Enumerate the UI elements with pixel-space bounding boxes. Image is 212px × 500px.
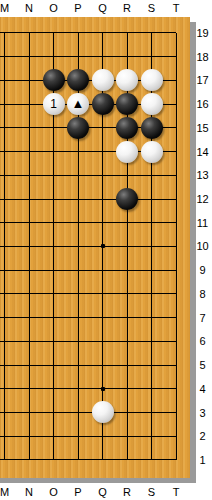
intersection-O6[interactable]	[41, 329, 66, 353]
intersection-O11[interactable]	[41, 211, 66, 235]
intersection-P17[interactable]	[66, 69, 91, 93]
intersection-T2[interactable]	[164, 424, 189, 448]
coord-col-M-top: M	[0, 1, 17, 15]
intersection-R5[interactable]	[115, 353, 140, 377]
intersection-M1[interactable]	[0, 448, 17, 472]
intersection-N4[interactable]	[17, 377, 42, 401]
triangle-mark-icon: ▲	[72, 97, 85, 110]
coord-row-4: 4	[193, 382, 212, 396]
intersection-R19[interactable]	[115, 21, 140, 45]
black-stone-R16	[116, 93, 138, 115]
intersection-S18[interactable]	[139, 45, 164, 69]
coord-row-3: 3	[193, 406, 212, 420]
intersection-Q5[interactable]	[90, 353, 115, 377]
intersection-T8[interactable]	[164, 282, 189, 306]
intersection-M14[interactable]	[0, 140, 17, 164]
intersection-P16[interactable]: ▲	[66, 92, 91, 116]
intersection-P6[interactable]	[66, 329, 91, 353]
intersection-T16[interactable]	[164, 92, 189, 116]
coord-col-M-bottom: M	[0, 485, 17, 499]
intersection-S16[interactable]	[139, 92, 164, 116]
intersection-S9[interactable]	[139, 258, 164, 282]
intersection-R15[interactable]	[115, 116, 140, 140]
white-stone-Q3	[92, 401, 114, 423]
intersection-Q13[interactable]	[90, 163, 115, 187]
intersection-P4[interactable]	[66, 377, 91, 401]
intersection-M19[interactable]	[0, 21, 17, 45]
coord-row-14: 14	[193, 145, 212, 159]
intersection-Q10[interactable]	[90, 235, 115, 259]
intersection-M3[interactable]	[0, 401, 17, 425]
intersection-N1[interactable]	[17, 448, 42, 472]
intersection-Q12[interactable]	[90, 187, 115, 211]
intersection-R14[interactable]	[115, 140, 140, 164]
intersection-Q2[interactable]	[90, 424, 115, 448]
intersection-P5[interactable]	[66, 353, 91, 377]
intersection-N2[interactable]	[17, 424, 42, 448]
intersection-N7[interactable]	[17, 306, 42, 330]
coord-col-T-top: T	[164, 1, 188, 15]
intersection-T13[interactable]	[164, 163, 189, 187]
intersection-N15[interactable]	[17, 116, 42, 140]
intersection-Q4[interactable]	[90, 377, 115, 401]
intersection-Q9[interactable]	[90, 258, 115, 282]
intersection-P12[interactable]	[66, 187, 91, 211]
coord-row-16: 16	[193, 97, 212, 111]
black-stone-S15	[141, 117, 163, 139]
coord-row-17: 17	[193, 73, 212, 87]
intersection-P19[interactable]	[66, 21, 91, 45]
intersection-Q19[interactable]	[90, 21, 115, 45]
intersection-S14[interactable]	[139, 140, 164, 164]
coord-col-R-bottom: R	[115, 485, 139, 499]
intersection-S4[interactable]	[139, 377, 164, 401]
intersection-S19[interactable]	[139, 21, 164, 45]
intersection-S5[interactable]	[139, 353, 164, 377]
intersection-M11[interactable]	[0, 211, 17, 235]
intersection-T17[interactable]	[164, 69, 189, 93]
move-number-label: 1	[50, 98, 57, 110]
intersection-P15[interactable]	[66, 116, 91, 140]
intersection-S6[interactable]	[139, 329, 164, 353]
intersection-P11[interactable]	[66, 211, 91, 235]
intersection-O4[interactable]	[41, 377, 66, 401]
intersection-O16[interactable]: 1	[41, 92, 66, 116]
intersection-Q15[interactable]	[90, 116, 115, 140]
intersection-M13[interactable]	[0, 163, 17, 187]
intersection-R1[interactable]	[115, 448, 140, 472]
intersection-O10[interactable]	[41, 235, 66, 259]
intersection-O17[interactable]	[41, 69, 66, 93]
white-stone-S14	[141, 141, 163, 163]
intersection-M7[interactable]	[0, 306, 17, 330]
coord-row-19: 19	[193, 26, 212, 40]
go-board: 1▲	[0, 17, 190, 478]
intersection-O13[interactable]	[41, 163, 66, 187]
intersection-O3[interactable]	[41, 401, 66, 425]
intersection-T5[interactable]	[164, 353, 189, 377]
coord-row-15: 15	[193, 121, 212, 135]
intersection-T3[interactable]	[164, 401, 189, 425]
coord-row-8: 8	[193, 287, 212, 301]
black-stone-P17	[67, 69, 89, 91]
intersection-M2[interactable]	[0, 424, 17, 448]
intersection-P14[interactable]	[66, 140, 91, 164]
intersection-S12[interactable]	[139, 187, 164, 211]
coord-row-5: 5	[193, 358, 212, 372]
coord-col-P-top: P	[66, 1, 90, 15]
coord-row-7: 7	[193, 311, 212, 325]
intersection-P8[interactable]	[66, 282, 91, 306]
intersection-M16[interactable]	[0, 92, 17, 116]
intersection-P7[interactable]	[66, 306, 91, 330]
intersection-N9[interactable]	[17, 258, 42, 282]
black-stone-P15	[67, 117, 89, 139]
intersection-R6[interactable]	[115, 329, 140, 353]
intersection-Q8[interactable]	[90, 282, 115, 306]
intersection-P1[interactable]	[66, 448, 91, 472]
white-stone-P16: ▲	[67, 93, 89, 115]
intersection-M17[interactable]	[0, 69, 17, 93]
intersection-N10[interactable]	[17, 235, 42, 259]
intersection-N18[interactable]	[17, 45, 42, 69]
coord-row-6: 6	[193, 334, 212, 348]
coord-col-T-bottom: T	[164, 485, 188, 499]
intersection-O5[interactable]	[41, 353, 66, 377]
intersection-O12[interactable]	[41, 187, 66, 211]
intersection-P2[interactable]	[66, 424, 91, 448]
intersection-N14[interactable]	[17, 140, 42, 164]
intersection-M6[interactable]	[0, 329, 17, 353]
coord-col-R-top: R	[115, 1, 139, 15]
intersection-M4[interactable]	[0, 377, 17, 401]
star-point-Q4	[101, 387, 105, 391]
intersection-S1[interactable]	[139, 448, 164, 472]
intersection-M18[interactable]	[0, 45, 17, 69]
intersection-S13[interactable]	[139, 163, 164, 187]
intersection-T4[interactable]	[164, 377, 189, 401]
intersection-T14[interactable]	[164, 140, 189, 164]
intersection-R16[interactable]	[115, 92, 140, 116]
intersection-R18[interactable]	[115, 45, 140, 69]
intersection-O18[interactable]	[41, 45, 66, 69]
intersection-S2[interactable]	[139, 424, 164, 448]
coord-row-12: 12	[193, 192, 212, 206]
white-stone-R17	[116, 69, 138, 91]
intersection-P13[interactable]	[66, 163, 91, 187]
coord-col-N-bottom: N	[17, 485, 41, 499]
intersection-O1[interactable]	[41, 448, 66, 472]
intersection-N17[interactable]	[17, 69, 42, 93]
intersection-N11[interactable]	[17, 211, 42, 235]
go-diagram: MNOPQRST 1▲ 1918171615141312111098765432…	[0, 0, 212, 500]
intersection-T11[interactable]	[164, 211, 189, 235]
white-stone-R14	[116, 141, 138, 163]
intersection-N5[interactable]	[17, 353, 42, 377]
intersection-R17[interactable]	[115, 69, 140, 93]
coord-col-S-top: S	[140, 1, 164, 15]
coord-col-O-top: O	[42, 1, 66, 15]
intersection-N19[interactable]	[17, 21, 42, 45]
intersection-T15[interactable]	[164, 116, 189, 140]
coord-row-11: 11	[193, 216, 212, 230]
intersection-Q18[interactable]	[90, 45, 115, 69]
intersection-Q14[interactable]	[90, 140, 115, 164]
intersection-T6[interactable]	[164, 329, 189, 353]
intersection-M9[interactable]	[0, 258, 17, 282]
intersection-S17[interactable]	[139, 69, 164, 93]
intersection-T1[interactable]	[164, 448, 189, 472]
intersection-P3[interactable]	[66, 401, 91, 425]
black-stone-R12	[116, 188, 138, 210]
intersection-Q3[interactable]	[90, 401, 115, 425]
intersection-R10[interactable]	[115, 235, 140, 259]
intersection-O15[interactable]	[41, 116, 66, 140]
coord-col-N-top: N	[17, 1, 41, 15]
black-stone-Q16	[92, 93, 114, 115]
coord-row-2: 2	[193, 429, 212, 443]
intersection-P10[interactable]	[66, 235, 91, 259]
intersection-Q16[interactable]	[90, 92, 115, 116]
intersection-S3[interactable]	[139, 401, 164, 425]
coord-col-S-bottom: S	[140, 485, 164, 499]
intersection-M15[interactable]	[0, 116, 17, 140]
intersection-S7[interactable]	[139, 306, 164, 330]
intersection-S10[interactable]	[139, 235, 164, 259]
intersection-M5[interactable]	[0, 353, 17, 377]
intersection-N3[interactable]	[17, 401, 42, 425]
intersection-O19[interactable]	[41, 21, 66, 45]
coord-row-18: 18	[193, 50, 212, 64]
intersection-O14[interactable]	[41, 140, 66, 164]
intersection-R7[interactable]	[115, 306, 140, 330]
intersection-R12[interactable]	[115, 187, 140, 211]
intersection-N6[interactable]	[17, 329, 42, 353]
white-stone-S17	[141, 69, 163, 91]
intersection-O8[interactable]	[41, 282, 66, 306]
coord-col-P-bottom: P	[66, 485, 90, 499]
intersection-Q1[interactable]	[90, 448, 115, 472]
coord-row-13: 13	[193, 168, 212, 182]
intersection-S8[interactable]	[139, 282, 164, 306]
coord-col-O-bottom: O	[42, 485, 66, 499]
intersection-M12[interactable]	[0, 187, 17, 211]
black-stone-O17	[43, 69, 65, 91]
intersection-N8[interactable]	[17, 282, 42, 306]
intersection-N16[interactable]	[17, 92, 42, 116]
coord-col-Q-top: Q	[91, 1, 115, 15]
intersection-T10[interactable]	[164, 235, 189, 259]
intersection-N12[interactable]	[17, 187, 42, 211]
coord-row-9: 9	[193, 263, 212, 277]
intersection-N13[interactable]	[17, 163, 42, 187]
intersection-R2[interactable]	[115, 424, 140, 448]
coord-col-Q-bottom: Q	[91, 485, 115, 499]
intersection-O2[interactable]	[41, 424, 66, 448]
black-stone-R15	[116, 117, 138, 139]
white-stone-O16: 1	[43, 93, 65, 115]
intersection-R9[interactable]	[115, 258, 140, 282]
intersection-T9[interactable]	[164, 258, 189, 282]
intersection-S15[interactable]	[139, 116, 164, 140]
intersection-R4[interactable]	[115, 377, 140, 401]
star-point-Q10	[101, 244, 105, 248]
white-stone-Q17	[92, 69, 114, 91]
coord-row-10: 10	[193, 239, 212, 253]
intersection-S11[interactable]	[139, 211, 164, 235]
intersection-M8[interactable]	[0, 282, 17, 306]
intersection-R3[interactable]	[115, 401, 140, 425]
intersection-Q7[interactable]	[90, 306, 115, 330]
intersection-O7[interactable]	[41, 306, 66, 330]
intersection-R8[interactable]	[115, 282, 140, 306]
intersection-Q11[interactable]	[90, 211, 115, 235]
intersection-P9[interactable]	[66, 258, 91, 282]
intersection-P18[interactable]	[66, 45, 91, 69]
intersection-R13[interactable]	[115, 163, 140, 187]
intersection-Q17[interactable]	[90, 69, 115, 93]
intersection-Q6[interactable]	[90, 329, 115, 353]
intersection-T7[interactable]	[164, 306, 189, 330]
intersection-R11[interactable]	[115, 211, 140, 235]
intersection-O9[interactable]	[41, 258, 66, 282]
intersection-M10[interactable]	[0, 235, 17, 259]
intersection-T19[interactable]	[164, 21, 189, 45]
intersection-T12[interactable]	[164, 187, 189, 211]
board-grid: 1▲	[0, 21, 188, 472]
intersection-T18[interactable]	[164, 45, 189, 69]
white-stone-S16	[141, 93, 163, 115]
coord-row-1: 1	[193, 453, 212, 467]
